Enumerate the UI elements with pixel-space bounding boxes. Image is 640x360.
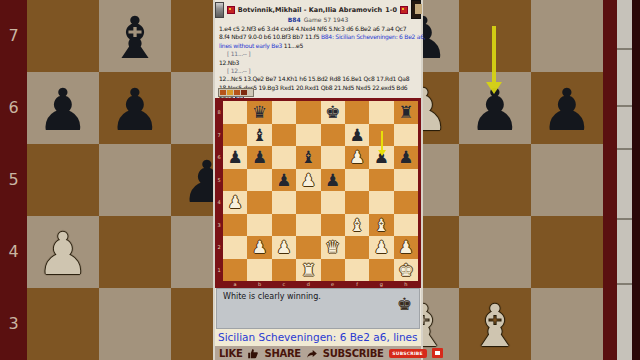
piece-white-p-f6: ♟ <box>345 146 369 169</box>
file-label-b: b <box>247 281 271 288</box>
square-a4[interactable]: ♟ <box>223 191 247 214</box>
bg-square-b3 <box>99 288 171 360</box>
square-a1[interactable] <box>223 259 247 282</box>
piece-white-q-e2: ♛ <box>321 236 345 259</box>
square-h6[interactable]: ♟ <box>394 146 418 169</box>
square-f5[interactable] <box>345 169 369 192</box>
medal-icon <box>241 90 247 95</box>
square-f1[interactable] <box>345 259 369 282</box>
thumbs-up-icon[interactable] <box>247 348 259 359</box>
chess-board[interactable]: ♛♚♜♝♟♟♟♝♟♟♟♟♟♟♟♝♝♟♟♛♟♟♜♚ <box>223 101 418 281</box>
square-c6[interactable] <box>272 146 296 169</box>
game-subheader: B84Game 57 1943 <box>215 16 421 24</box>
square-f8[interactable] <box>345 101 369 124</box>
square-e5[interactable]: ♟ <box>321 169 345 192</box>
last-move-arrow <box>381 131 383 150</box>
square-a7[interactable] <box>223 124 247 147</box>
subscribe-button[interactable]: SUBSCRIBE <box>389 349 427 358</box>
black-flag-icon <box>400 6 408 14</box>
piece-black-p-f7: ♟ <box>345 124 369 147</box>
game-result: 1-0 <box>385 6 397 14</box>
piece-black-k-e8: ♚ <box>321 101 345 124</box>
piece-white-p-h2: ♟ <box>394 236 418 259</box>
background-scrollbar <box>617 0 632 360</box>
move-line[interactable]: lines without early Be3 11...e5 <box>219 42 419 50</box>
move-line[interactable]: 12...Nc5 13.Qe2 Be7 14.Kh1 h6 15.Bd2 Rd8… <box>219 75 419 83</box>
scrollbar-notch <box>617 148 632 150</box>
square-e3[interactable] <box>321 214 345 237</box>
piece-black-p-b6: ♟ <box>247 146 271 169</box>
square-g5[interactable] <box>369 169 393 192</box>
piece-white-b-g3: ♝ <box>369 214 393 237</box>
bg-square-g3: ♝ <box>459 288 531 360</box>
scrollbar-notch <box>617 48 632 50</box>
notation-area: Botvinnik,Mikhail - Kan,Ilia Abramovich … <box>215 0 421 98</box>
piece-black-p-h6: ♟ <box>394 146 418 169</box>
square-b7[interactable]: ♝ <box>247 124 271 147</box>
medal-icon <box>220 90 226 95</box>
file-label-c: c <box>272 281 296 288</box>
file-label-f: f <box>345 281 369 288</box>
square-h1[interactable]: ♚ <box>394 259 418 282</box>
square-d7[interactable] <box>296 124 320 147</box>
rank-label-7: 7 <box>215 124 223 147</box>
square-b6[interactable]: ♟ <box>247 146 271 169</box>
king-logo-icon: ♚ <box>397 296 412 313</box>
opening-name-inline: B84: Sicilian Scheveningen: 6 Be2 a6, <box>321 33 426 40</box>
square-e2[interactable]: ♛ <box>321 236 345 259</box>
square-f3[interactable]: ♝ <box>345 214 369 237</box>
bg-square-h7 <box>531 0 603 72</box>
square-c7[interactable] <box>272 124 296 147</box>
square-h7[interactable] <box>394 124 418 147</box>
square-h8[interactable]: ♜ <box>394 101 418 124</box>
square-h5[interactable] <box>394 169 418 192</box>
move-line[interactable]: 1.e4 c5 2.Nf3 e6 3.d4 cxd4 4.Nxd4 Nf6 5.… <box>219 25 419 33</box>
square-e6[interactable] <box>321 146 345 169</box>
comment-text: White is clearly winning. <box>217 289 419 304</box>
share-label[interactable]: SHARE <box>264 348 300 359</box>
bg-last-move-arrow <box>492 26 496 82</box>
square-d8[interactable] <box>296 101 320 124</box>
bg-piece-white-p-a4: ♟ <box>27 216 99 288</box>
piece-black-p-e5: ♟ <box>321 169 345 192</box>
bg-piece-black-p-a6: ♟ <box>27 72 99 144</box>
square-c1[interactable] <box>272 259 296 282</box>
square-g2[interactable]: ♟ <box>369 236 393 259</box>
youtube-icon[interactable] <box>432 348 443 358</box>
square-b5[interactable] <box>247 169 271 192</box>
bg-piece-black-p-b6: ♟ <box>99 72 171 144</box>
file-label-h: h <box>394 281 418 288</box>
bg-square-a6: ♟ <box>27 72 99 144</box>
bg-square-a3 <box>27 288 99 360</box>
chess-board-frame: 87654321 ♛♚♜♝♟♟♟♝♟♟♟♟♟♟♟♝♝♟♟♛♟♟♜♚ abcdef… <box>215 98 421 288</box>
square-f2[interactable] <box>345 236 369 259</box>
square-g8[interactable] <box>369 101 393 124</box>
square-g4[interactable] <box>369 191 393 214</box>
square-c5[interactable]: ♟ <box>272 169 296 192</box>
square-f4[interactable] <box>345 191 369 214</box>
bg-rank-label: 3 <box>0 288 27 360</box>
piece-black-b-d6: ♝ <box>296 146 320 169</box>
bg-piece-black-b-b7: ♝ <box>99 0 171 72</box>
file-label-e: e <box>321 281 345 288</box>
game-header: Botvinnik,Mikhail - Kan,Ilia Abramovich … <box>215 2 421 17</box>
square-g3[interactable]: ♝ <box>369 214 393 237</box>
background-right-edge <box>632 0 640 360</box>
rank-label-1: 1 <box>215 259 223 282</box>
bg-rank-label: 6 <box>0 72 27 144</box>
game-info: Game 57 1943 <box>304 16 349 23</box>
rank-label-4: 4 <box>215 191 223 214</box>
square-e8[interactable]: ♚ <box>321 101 345 124</box>
square-b2[interactable]: ♟ <box>247 236 271 259</box>
bg-square-a4: ♟ <box>27 216 99 288</box>
square-a3[interactable] <box>223 214 247 237</box>
medal-icon <box>234 90 240 95</box>
players-names: Botvinnik,Mikhail - Kan,Ilia Abramovich <box>238 6 382 14</box>
bg-square-b7: ♝ <box>99 0 171 72</box>
square-d2[interactable] <box>296 236 320 259</box>
piece-white-p-a4: ♟ <box>223 191 247 214</box>
bg-piece-black-p-h6: ♟ <box>531 72 603 144</box>
square-d4[interactable] <box>296 191 320 214</box>
scrollbar-notch <box>617 218 632 220</box>
opening-caption-bar: Sicilian Scheveningen: 6 Be2 a6, lines w… <box>215 329 421 346</box>
piece-black-p-a6: ♟ <box>223 146 247 169</box>
piece-black-p-c5: ♟ <box>272 169 296 192</box>
rank-label-3: 3 <box>215 214 223 237</box>
square-d1[interactable]: ♜ <box>296 259 320 282</box>
bg-piece-white-b-g3: ♝ <box>459 288 531 360</box>
square-c2[interactable]: ♟ <box>272 236 296 259</box>
like-label[interactable]: LIKE <box>219 348 242 359</box>
bg-square-a5 <box>27 144 99 216</box>
square-e1[interactable] <box>321 259 345 282</box>
variation-line[interactable]: [ 12...-- ] <box>219 67 419 75</box>
piece-white-p-c2: ♟ <box>272 236 296 259</box>
move-line[interactable]: 8.f4 Nbd7 9.0-0 b6 10.Bf3 Bb7 11.f5 B84:… <box>219 33 419 41</box>
bg-square-b4 <box>99 216 171 288</box>
piece-black-b-b7: ♝ <box>247 124 271 147</box>
variation-line[interactable]: [ 11...-- ] <box>219 50 419 58</box>
square-b4[interactable] <box>247 191 271 214</box>
piece-black-r-h8: ♜ <box>394 101 418 124</box>
notation-tools-icon[interactable] <box>218 88 254 97</box>
square-b3[interactable] <box>247 214 271 237</box>
medal-icon <box>227 90 233 95</box>
bg-square-h4 <box>531 216 603 288</box>
bg-square-g5 <box>459 144 531 216</box>
piece-black-q-b8: ♛ <box>247 101 271 124</box>
square-d5[interactable]: ♟ <box>296 169 320 192</box>
subscribe-label[interactable]: SUBSCRIBE <box>323 348 384 359</box>
share-arrow-icon[interactable] <box>306 348 318 359</box>
move-line[interactable]: 12.Nb3 <box>219 59 419 67</box>
eco-code: B84 <box>288 16 301 23</box>
square-h2[interactable]: ♟ <box>394 236 418 259</box>
file-label-d: d <box>296 281 320 288</box>
square-h4[interactable] <box>394 191 418 214</box>
bg-rank-label: 7 <box>0 0 27 72</box>
rank-label-8: 8 <box>215 101 223 124</box>
video-frame: 7 6 5 4 3 ♝♟♟♟♝♟♟♟♟♟♟♟♝♝ Botvinnik,Mikha… <box>0 0 640 360</box>
rank-label-6: 6 <box>215 146 223 169</box>
file-label-a: a <box>223 281 247 288</box>
square-e4[interactable] <box>321 191 345 214</box>
square-g1[interactable] <box>369 259 393 282</box>
opening-caption: Sicilian Scheveningen: 6 Be2 a6, lines w… <box>215 329 421 343</box>
bg-square-h3 <box>531 288 603 360</box>
scrollbar-notch <box>617 283 632 285</box>
piece-white-p-b2: ♟ <box>247 236 271 259</box>
square-c8[interactable] <box>272 101 296 124</box>
background-board-border: 7 6 5 4 3 <box>0 0 27 360</box>
square-c4[interactable] <box>272 191 296 214</box>
bg-square-h5 <box>531 144 603 216</box>
bg-square-b6: ♟ <box>99 72 171 144</box>
square-e7[interactable] <box>321 124 345 147</box>
bg-last-move-arrowhead <box>486 82 502 94</box>
piece-white-k-h1: ♚ <box>394 259 418 282</box>
white-flag-icon <box>227 6 235 14</box>
bg-rank-label: 5 <box>0 144 27 216</box>
bg-square-a7 <box>27 0 99 72</box>
piece-white-r-d1: ♜ <box>296 259 320 282</box>
square-a6[interactable]: ♟ <box>223 146 247 169</box>
bg-rank-label: 4 <box>0 216 27 288</box>
square-f7[interactable]: ♟ <box>345 124 369 147</box>
piece-white-p-g2: ♟ <box>369 236 393 259</box>
square-a5[interactable] <box>223 169 247 192</box>
square-f6[interactable]: ♟ <box>345 146 369 169</box>
square-b8[interactable]: ♛ <box>247 101 271 124</box>
square-d3[interactable] <box>296 214 320 237</box>
square-d6[interactable]: ♝ <box>296 146 320 169</box>
last-move-arrowhead <box>378 150 386 156</box>
square-b1[interactable] <box>247 259 271 282</box>
piece-white-b-f3: ♝ <box>345 214 369 237</box>
piece-white-p-d5: ♟ <box>296 169 320 192</box>
rank-label-2: 2 <box>215 236 223 259</box>
scrollbar-notch <box>617 105 632 107</box>
social-bar: LIKE SHARE SUBSCRIBE SUBSCRIBE <box>215 346 421 360</box>
background-board-right-border <box>603 0 617 360</box>
bg-square-h6: ♟ <box>531 72 603 144</box>
file-label-g: g <box>369 281 393 288</box>
square-a2[interactable] <box>223 236 247 259</box>
chessbase-panel: Botvinnik,Mikhail - Kan,Ilia Abramovich … <box>213 0 423 360</box>
square-h3[interactable] <box>394 214 418 237</box>
opening-name-inline: lines without early Be3 <box>219 42 284 49</box>
bg-square-b5 <box>99 144 171 216</box>
rank-label-5: 5 <box>215 169 223 192</box>
square-a8[interactable] <box>223 101 247 124</box>
annotation-comment-box: White is clearly winning. ♚ <box>216 288 420 329</box>
square-c3[interactable] <box>272 214 296 237</box>
bg-square-g4 <box>459 216 531 288</box>
